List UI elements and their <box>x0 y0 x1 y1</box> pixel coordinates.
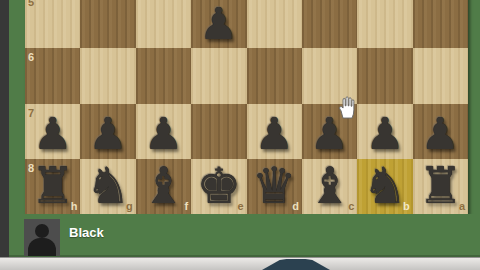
square-g6[interactable] <box>80 48 135 103</box>
square-e8[interactable]: e♚ <box>191 159 246 214</box>
piece-black-pawn-g7[interactable]: ♟ <box>80 104 135 162</box>
square-c8[interactable]: c♝ <box>302 159 357 214</box>
piece-black-rook-a8[interactable]: ♜ <box>413 159 468 214</box>
rank-label-6: 6 <box>28 52 34 63</box>
rank-label-5: 5 <box>28 0 34 8</box>
square-a7[interactable]: ♟ <box>413 104 468 159</box>
piece-black-bishop-c8[interactable]: ♝ <box>302 159 357 214</box>
square-b6[interactable] <box>357 48 412 103</box>
square-f8[interactable]: f♝ <box>136 159 191 214</box>
square-h8[interactable]: 8h♜ <box>25 159 80 214</box>
player-avatar[interactable] <box>24 219 60 256</box>
piece-black-pawn-e5[interactable]: ♟ <box>191 0 246 51</box>
piece-black-pawn-c7[interactable]: ♟ <box>302 104 357 162</box>
piece-black-pawn-b7[interactable]: ♟ <box>357 104 412 162</box>
square-h6[interactable]: 6 <box>25 48 80 103</box>
square-b7[interactable]: ♟ <box>357 104 412 159</box>
desktop-strip <box>0 257 480 270</box>
chess-board[interactable]: 5♟67♟♟♟♟♟♟♟8h♜g♞f♝e♚d♛c♝b♞a♜ <box>25 0 468 214</box>
square-c6[interactable] <box>302 48 357 103</box>
left-screen-edge <box>0 0 9 257</box>
square-a6[interactable] <box>413 48 468 103</box>
piece-black-king-e8[interactable]: ♚ <box>191 159 246 214</box>
square-d7[interactable]: ♟ <box>247 104 302 159</box>
piece-black-knight-g8[interactable]: ♞ <box>80 159 135 214</box>
piece-black-pawn-h7[interactable]: ♟ <box>25 104 80 162</box>
square-a8[interactable]: a♜ <box>413 159 468 214</box>
square-g8[interactable]: g♞ <box>80 159 135 214</box>
piece-black-bishop-f8[interactable]: ♝ <box>136 159 191 214</box>
piece-black-rook-h8[interactable]: ♜ <box>25 159 80 214</box>
square-h5[interactable]: 5 <box>25 0 80 48</box>
square-f5[interactable] <box>136 0 191 48</box>
square-h7[interactable]: 7♟ <box>25 104 80 159</box>
square-e7[interactable] <box>191 104 246 159</box>
square-e5[interactable]: ♟ <box>191 0 246 48</box>
player-bar: Black <box>9 214 480 257</box>
square-b8[interactable]: b♞ <box>357 159 412 214</box>
piece-black-knight-b8[interactable]: ♞ <box>357 159 412 214</box>
piece-black-pawn-d7[interactable]: ♟ <box>247 104 302 162</box>
avatar-silhouette-icon <box>35 224 49 238</box>
square-b5[interactable] <box>357 0 412 48</box>
square-a5[interactable] <box>413 0 468 48</box>
square-c5[interactable] <box>302 0 357 48</box>
piece-black-queen-d8[interactable]: ♛ <box>247 159 302 214</box>
square-f6[interactable] <box>136 48 191 103</box>
player-name-label: Black <box>69 225 104 240</box>
piece-black-pawn-a7[interactable]: ♟ <box>413 104 468 162</box>
square-d5[interactable] <box>247 0 302 48</box>
square-g5[interactable] <box>80 0 135 48</box>
avatar-silhouette-icon <box>28 238 56 256</box>
square-e6[interactable] <box>191 48 246 103</box>
square-g7[interactable]: ♟ <box>80 104 135 159</box>
square-c7[interactable]: ♟ <box>302 104 357 159</box>
piece-black-pawn-f7[interactable]: ♟ <box>136 104 191 162</box>
square-f7[interactable]: ♟ <box>136 104 191 159</box>
square-d8[interactable]: d♛ <box>247 159 302 214</box>
square-d6[interactable] <box>247 48 302 103</box>
